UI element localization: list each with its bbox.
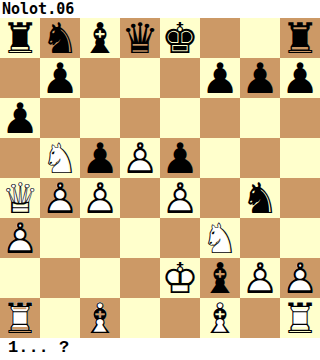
square-g8[interactable] (240, 18, 280, 58)
square-h1[interactable]: ♜♖ (280, 298, 320, 338)
piece-black-pawn: ♟ (40, 58, 80, 98)
square-g4[interactable]: ♞ (240, 178, 280, 218)
square-c6[interactable] (80, 98, 120, 138)
piece-black-pawn: ♟ (200, 58, 240, 98)
piece-white-pawn: ♟♙ (80, 178, 120, 218)
square-a3[interactable]: ♟♙ (0, 218, 40, 258)
square-b7[interactable]: ♟ (40, 58, 80, 98)
piece-white-king: ♚♔ (160, 258, 200, 298)
square-f7[interactable]: ♟ (200, 58, 240, 98)
chess-board: ♜♞♝♛♚♜♟♟♟♟♟♞♘♟♟♙♟♛♕♟♙♟♙♟♙♞♟♙♞♘♚♔♝♟♙♟♙♜♖♝… (0, 18, 320, 338)
square-b5[interactable]: ♞♘ (40, 138, 80, 178)
piece-white-pawn: ♟♙ (120, 138, 160, 178)
square-c4[interactable]: ♟♙ (80, 178, 120, 218)
piece-black-king: ♚ (160, 18, 200, 58)
square-d7[interactable] (120, 58, 160, 98)
square-a2[interactable] (0, 258, 40, 298)
piece-black-pawn: ♟ (80, 138, 120, 178)
piece-white-pawn: ♟♙ (240, 258, 280, 298)
square-d6[interactable] (120, 98, 160, 138)
square-e2[interactable]: ♚♔ (160, 258, 200, 298)
piece-white-pawn: ♟♙ (160, 178, 200, 218)
square-e3[interactable] (160, 218, 200, 258)
square-f4[interactable] (200, 178, 240, 218)
square-g2[interactable]: ♟♙ (240, 258, 280, 298)
piece-white-knight: ♞♘ (200, 218, 240, 258)
square-a6[interactable]: ♟ (0, 98, 40, 138)
square-e7[interactable] (160, 58, 200, 98)
square-f8[interactable] (200, 18, 240, 58)
chess-diagram-window: Nolot.06 ♜♞♝♛♚♜♟♟♟♟♟♞♘♟♟♙♟♛♕♟♙♟♙♟♙♞♟♙♞♘♚… (0, 0, 320, 360)
square-h2[interactable]: ♟♙ (280, 258, 320, 298)
square-b8[interactable]: ♞ (40, 18, 80, 58)
square-b3[interactable] (40, 218, 80, 258)
square-h3[interactable] (280, 218, 320, 258)
square-f3[interactable]: ♞♘ (200, 218, 240, 258)
piece-black-rook: ♜ (280, 18, 320, 58)
square-g6[interactable] (240, 98, 280, 138)
square-h6[interactable] (280, 98, 320, 138)
square-h8[interactable]: ♜ (280, 18, 320, 58)
piece-black-pawn: ♟ (160, 138, 200, 178)
square-d4[interactable] (120, 178, 160, 218)
square-a5[interactable] (0, 138, 40, 178)
piece-black-pawn: ♟ (0, 98, 40, 138)
piece-black-knight: ♞ (40, 18, 80, 58)
piece-black-rook: ♜ (0, 18, 40, 58)
square-g5[interactable] (240, 138, 280, 178)
square-c3[interactable] (80, 218, 120, 258)
piece-black-pawn: ♟ (240, 58, 280, 98)
square-b1[interactable] (40, 298, 80, 338)
piece-black-pawn: ♟ (280, 58, 320, 98)
piece-black-bishop: ♝ (200, 258, 240, 298)
piece-white-pawn: ♟♙ (280, 258, 320, 298)
square-f2[interactable]: ♝ (200, 258, 240, 298)
square-d1[interactable] (120, 298, 160, 338)
square-c7[interactable] (80, 58, 120, 98)
square-e6[interactable] (160, 98, 200, 138)
diagram-title: Nolot.06 (0, 0, 320, 18)
piece-white-queen: ♛♕ (0, 178, 40, 218)
square-b4[interactable]: ♟♙ (40, 178, 80, 218)
square-g3[interactable] (240, 218, 280, 258)
square-g1[interactable] (240, 298, 280, 338)
piece-black-knight: ♞ (240, 178, 280, 218)
square-h5[interactable] (280, 138, 320, 178)
square-e5[interactable]: ♟ (160, 138, 200, 178)
piece-white-pawn: ♟♙ (0, 218, 40, 258)
piece-white-rook: ♜♖ (0, 298, 40, 338)
square-d8[interactable]: ♛ (120, 18, 160, 58)
piece-white-bishop: ♝♗ (200, 298, 240, 338)
square-g7[interactable]: ♟ (240, 58, 280, 98)
square-b2[interactable] (40, 258, 80, 298)
square-a4[interactable]: ♛♕ (0, 178, 40, 218)
piece-white-knight: ♞♘ (40, 138, 80, 178)
piece-white-bishop: ♝♗ (80, 298, 120, 338)
square-b6[interactable] (40, 98, 80, 138)
square-c1[interactable]: ♝♗ (80, 298, 120, 338)
square-h4[interactable] (280, 178, 320, 218)
square-h7[interactable]: ♟ (280, 58, 320, 98)
square-f6[interactable] (200, 98, 240, 138)
square-e1[interactable] (160, 298, 200, 338)
square-d3[interactable] (120, 218, 160, 258)
piece-black-bishop: ♝ (80, 18, 120, 58)
square-c8[interactable]: ♝ (80, 18, 120, 58)
square-d5[interactable]: ♟♙ (120, 138, 160, 178)
piece-white-rook: ♜♖ (280, 298, 320, 338)
square-a8[interactable]: ♜ (0, 18, 40, 58)
move-prompt: 1... ? (0, 338, 320, 360)
piece-white-pawn: ♟♙ (40, 178, 80, 218)
square-c2[interactable] (80, 258, 120, 298)
square-d2[interactable] (120, 258, 160, 298)
square-e8[interactable]: ♚ (160, 18, 200, 58)
square-f1[interactable]: ♝♗ (200, 298, 240, 338)
square-a7[interactable] (0, 58, 40, 98)
piece-black-queen: ♛ (120, 18, 160, 58)
square-a1[interactable]: ♜♖ (0, 298, 40, 338)
square-e4[interactable]: ♟♙ (160, 178, 200, 218)
square-c5[interactable]: ♟ (80, 138, 120, 178)
square-f5[interactable] (200, 138, 240, 178)
